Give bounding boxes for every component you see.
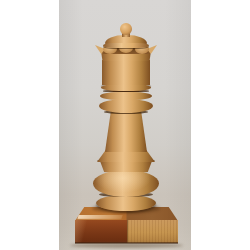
queen-collar-ring-upper <box>101 84 151 91</box>
queen-finial-ball <box>120 23 132 35</box>
base-top-edge-highlight <box>77 215 122 219</box>
queen-wide-collar <box>99 99 153 113</box>
base-cast-shadow <box>70 243 183 248</box>
base-front-dark-wood <box>75 220 127 243</box>
queen-cove <box>100 161 152 172</box>
queen-bulb <box>93 170 159 197</box>
queen-stem <box>105 111 147 152</box>
queen-head <box>102 60 150 85</box>
chess-piece-photo: ♕ <box>59 0 191 250</box>
queen-dome-rim <box>103 43 149 48</box>
queen-collar-ring-lower <box>100 92 152 100</box>
queen-glyph: ♕ <box>59 0 60 1</box>
base-front-light-wood <box>127 220 178 243</box>
page: ♕ <box>0 0 250 250</box>
queen-base-torus <box>96 195 156 211</box>
